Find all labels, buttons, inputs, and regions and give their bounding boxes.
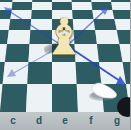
square-c5[interactable]	[9, 19, 31, 30]
square-b5[interactable]	[0, 19, 10, 30]
square-g6[interactable]	[92, 10, 114, 19]
square-g5[interactable]	[94, 19, 117, 30]
square-h5[interactable]	[114, 19, 130, 30]
file-label-strip: cdefg	[0, 112, 130, 130]
file-label-e: e	[58, 115, 72, 127]
square-b7[interactable]	[0, 2, 12, 10]
square-g3[interactable]	[97, 44, 123, 62]
square-g4[interactable]	[95, 30, 119, 44]
file-label-c: c	[6, 115, 20, 127]
square-h8[interactable]	[111, 0, 131, 2]
square-h7[interactable]	[111, 2, 130, 10]
file-label-f: f	[84, 115, 98, 127]
square-g2[interactable]	[99, 62, 126, 84]
square-g1[interactable]	[101, 84, 130, 112]
square-c3[interactable]	[5, 44, 30, 62]
square-d1[interactable]	[26, 84, 52, 112]
square-h6[interactable]	[112, 10, 130, 19]
square-e1[interactable]	[52, 84, 78, 112]
square-e8[interactable]	[52, 0, 72, 2]
square-f1[interactable]	[77, 84, 104, 112]
square-d8[interactable]	[32, 0, 52, 2]
square-c1[interactable]	[0, 84, 27, 112]
square-c4[interactable]	[7, 30, 30, 44]
chess-board-view: cdefg ♝	[0, 0, 130, 130]
white-bishop[interactable]: ♝	[41, 12, 87, 62]
square-c8[interactable]	[12, 0, 32, 2]
square-g7[interactable]	[92, 2, 113, 10]
file-label-d: d	[32, 115, 46, 127]
square-c7[interactable]	[12, 2, 33, 10]
square-g8[interactable]	[91, 0, 111, 2]
square-c6[interactable]	[10, 10, 31, 19]
square-c2[interactable]	[3, 62, 29, 84]
square-b6[interactable]	[0, 10, 12, 19]
file-label-g: g	[110, 115, 124, 127]
square-f8[interactable]	[72, 0, 92, 2]
square-b8[interactable]	[0, 0, 13, 2]
